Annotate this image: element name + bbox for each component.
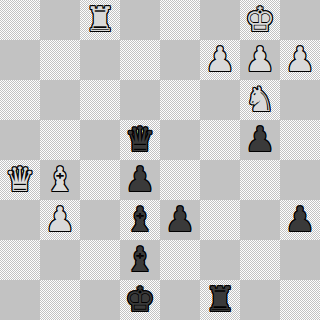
piece-white-bishop[interactable]: ♝ (45, 159, 75, 199)
square-g4[interactable] (240, 160, 280, 200)
square-c1[interactable] (80, 280, 120, 320)
square-f8[interactable] (200, 0, 240, 40)
square-g3[interactable] (240, 200, 280, 240)
square-f3[interactable] (200, 200, 240, 240)
square-d4[interactable]: ♟ (120, 160, 160, 200)
square-c3[interactable] (80, 200, 120, 240)
square-e5[interactable] (160, 120, 200, 160)
square-h3[interactable]: ♟ (280, 200, 320, 240)
square-a7[interactable] (0, 40, 40, 80)
piece-black-pawn[interactable]: ♟ (245, 119, 275, 159)
square-d7[interactable] (120, 40, 160, 80)
square-e8[interactable] (160, 0, 200, 40)
square-c8[interactable]: ♜ (80, 0, 120, 40)
chess-board: ♜♚♟♟♟♞♛♟♛♝♟♟♝♟♟♝♚♜ (0, 0, 320, 320)
square-b4[interactable]: ♝ (40, 160, 80, 200)
square-a2[interactable] (0, 240, 40, 280)
square-d5[interactable]: ♛ (120, 120, 160, 160)
piece-white-rook[interactable]: ♜ (85, 0, 115, 39)
square-g7[interactable]: ♟ (240, 40, 280, 80)
square-g8[interactable]: ♚ (240, 0, 280, 40)
piece-black-bishop[interactable]: ♝ (125, 239, 155, 279)
square-d1[interactable]: ♚ (120, 280, 160, 320)
square-a1[interactable] (0, 280, 40, 320)
piece-white-pawn[interactable]: ♟ (245, 39, 275, 79)
piece-black-pawn[interactable]: ♟ (285, 199, 315, 239)
square-f2[interactable] (200, 240, 240, 280)
square-h4[interactable] (280, 160, 320, 200)
piece-white-king[interactable]: ♚ (245, 0, 275, 39)
piece-black-king[interactable]: ♚ (125, 279, 155, 319)
square-h1[interactable] (280, 280, 320, 320)
square-d8[interactable] (120, 0, 160, 40)
square-c4[interactable] (80, 160, 120, 200)
square-e3[interactable]: ♟ (160, 200, 200, 240)
square-h8[interactable] (280, 0, 320, 40)
square-e4[interactable] (160, 160, 200, 200)
piece-white-pawn[interactable]: ♟ (205, 39, 235, 79)
piece-black-rook[interactable]: ♜ (205, 279, 235, 319)
piece-white-knight[interactable]: ♞ (245, 79, 275, 119)
square-a5[interactable] (0, 120, 40, 160)
square-b5[interactable] (40, 120, 80, 160)
square-h5[interactable] (280, 120, 320, 160)
square-h6[interactable] (280, 80, 320, 120)
square-b6[interactable] (40, 80, 80, 120)
square-b2[interactable] (40, 240, 80, 280)
square-g6[interactable]: ♞ (240, 80, 280, 120)
piece-black-pawn[interactable]: ♟ (165, 199, 195, 239)
square-f4[interactable] (200, 160, 240, 200)
square-g5[interactable]: ♟ (240, 120, 280, 160)
piece-white-pawn[interactable]: ♟ (285, 39, 315, 79)
square-d6[interactable] (120, 80, 160, 120)
square-a4[interactable]: ♛ (0, 160, 40, 200)
square-a6[interactable] (0, 80, 40, 120)
square-d3[interactable]: ♝ (120, 200, 160, 240)
square-g1[interactable] (240, 280, 280, 320)
square-h2[interactable] (280, 240, 320, 280)
square-g2[interactable] (240, 240, 280, 280)
square-e7[interactable] (160, 40, 200, 80)
square-f5[interactable] (200, 120, 240, 160)
square-f7[interactable]: ♟ (200, 40, 240, 80)
piece-black-pawn[interactable]: ♟ (125, 159, 155, 199)
piece-white-pawn[interactable]: ♟ (45, 199, 75, 239)
square-b1[interactable] (40, 280, 80, 320)
square-b3[interactable]: ♟ (40, 200, 80, 240)
piece-black-queen[interactable]: ♛ (125, 119, 155, 159)
square-c7[interactable] (80, 40, 120, 80)
square-a3[interactable] (0, 200, 40, 240)
square-c6[interactable] (80, 80, 120, 120)
square-b7[interactable] (40, 40, 80, 80)
square-b8[interactable] (40, 0, 80, 40)
square-f6[interactable] (200, 80, 240, 120)
square-c5[interactable] (80, 120, 120, 160)
square-c2[interactable] (80, 240, 120, 280)
square-d2[interactable]: ♝ (120, 240, 160, 280)
square-e6[interactable] (160, 80, 200, 120)
piece-white-queen[interactable]: ♛ (5, 159, 35, 199)
square-e1[interactable] (160, 280, 200, 320)
square-h7[interactable]: ♟ (280, 40, 320, 80)
square-f1[interactable]: ♜ (200, 280, 240, 320)
square-a8[interactable] (0, 0, 40, 40)
square-e2[interactable] (160, 240, 200, 280)
piece-black-bishop[interactable]: ♝ (125, 199, 155, 239)
